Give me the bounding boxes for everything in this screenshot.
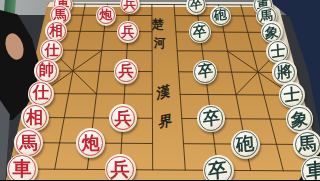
- piece-character: 象: [291, 109, 309, 129]
- piece-character: 砲: [214, 9, 227, 24]
- piece-character: 卒: [193, 24, 207, 39]
- piece-black-chariot[interactable]: 車: [301, 156, 320, 181]
- piece-character: 車: [306, 160, 320, 180]
- pieces-layer: 車馬相仕帥仕相馬車炮炮兵兵兵兵兵卒卒卒卒卒砲砲車馬象士將士象馬車: [0, 0, 320, 180]
- piece-character: 車: [12, 159, 31, 178]
- piece-black-soldier[interactable]: 卒: [197, 105, 225, 133]
- piece-character: 炮: [81, 134, 99, 152]
- piece-character: 馬: [298, 134, 317, 155]
- piece-red-soldier[interactable]: 兵: [117, 21, 139, 43]
- piece-black-soldier[interactable]: 卒: [203, 155, 234, 180]
- piece-red-soldier[interactable]: 兵: [120, 0, 140, 14]
- piece-character: 兵: [123, 0, 135, 11]
- piece-character: 兵: [118, 64, 133, 79]
- piece-character: 兵: [114, 110, 131, 127]
- piece-red-cannon[interactable]: 炮: [96, 5, 117, 26]
- piece-red-advisor[interactable]: 仕: [28, 81, 54, 107]
- piece-red-soldier[interactable]: 兵: [114, 59, 138, 83]
- piece-character: 士: [270, 43, 285, 59]
- piece-black-horse[interactable]: 馬: [293, 130, 320, 159]
- piece-black-advisor[interactable]: 士: [279, 82, 305, 108]
- piece-character: 卒: [208, 159, 228, 180]
- piece-character: 帥: [39, 63, 54, 78]
- piece-black-cannon[interactable]: 砲: [231, 130, 260, 159]
- piece-red-general[interactable]: 帥: [34, 59, 58, 83]
- piece-red-elephant[interactable]: 相: [21, 104, 49, 132]
- piece-character: 兵: [121, 25, 135, 39]
- piece-red-cannon[interactable]: 炮: [76, 128, 105, 157]
- piece-character: 馬: [19, 134, 37, 152]
- piece-red-horse[interactable]: 馬: [14, 128, 43, 157]
- piece-black-soldier[interactable]: 卒: [189, 21, 211, 43]
- piece-character: 象: [265, 25, 279, 40]
- piece-character: 砲: [236, 134, 255, 155]
- piece-character: 仕: [44, 43, 58, 57]
- piece-black-cannon[interactable]: 砲: [210, 6, 231, 27]
- piece-black-soldier[interactable]: 卒: [193, 60, 217, 84]
- piece-red-soldier[interactable]: 兵: [109, 104, 137, 132]
- piece-character: 卒: [202, 109, 220, 129]
- piece-character: 兵: [110, 160, 129, 179]
- photo-stage: 楚河漢界 車馬相仕帥仕相馬車炮炮兵兵兵兵兵卒卒卒卒卒砲砲車馬象士將士象馬車: [0, 0, 320, 180]
- piece-character: 卒: [190, 0, 203, 12]
- piece-character: 相: [49, 24, 63, 38]
- piece-character: 士: [283, 86, 300, 104]
- piece-character: 將: [277, 64, 293, 81]
- piece-red-soldier[interactable]: 兵: [105, 154, 136, 180]
- piece-black-elephant[interactable]: 象: [286, 105, 314, 133]
- piece-character: 炮: [100, 9, 113, 22]
- piece-red-chariot[interactable]: 車: [7, 154, 38, 181]
- piece-character: 相: [26, 109, 43, 126]
- piece-black-general[interactable]: 將: [272, 60, 296, 84]
- piece-black-soldier[interactable]: 卒: [186, 0, 206, 15]
- piece-character: 卒: [197, 63, 213, 80]
- piece-character: 仕: [33, 85, 49, 101]
